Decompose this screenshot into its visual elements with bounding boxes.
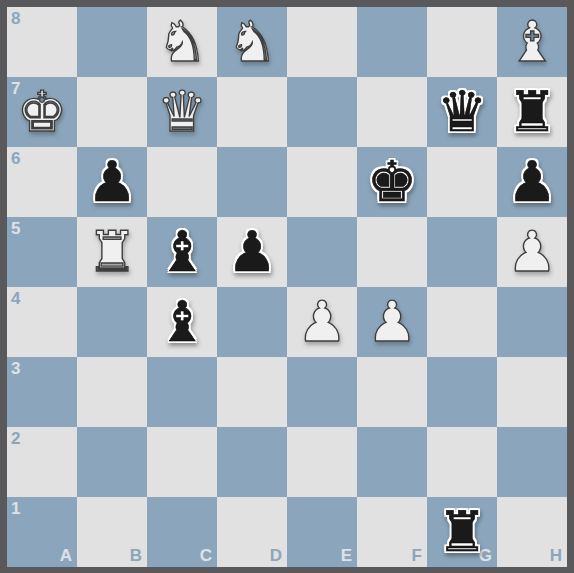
square-b4[interactable] [77, 287, 147, 357]
square-f3[interactable] [357, 357, 427, 427]
chess-board: 8♞♞♝7♚♛♛♜6♟♚♟5♜♝♟♟4♝♟♟321ABCDEFG♜H [7, 7, 567, 567]
file-label-f: F [412, 547, 422, 564]
square-e7[interactable] [287, 77, 357, 147]
square-c8[interactable]: ♞ [147, 7, 217, 77]
square-d3[interactable] [217, 357, 287, 427]
square-b8[interactable] [77, 7, 147, 77]
square-h7[interactable]: ♜ [497, 77, 567, 147]
piece-black-bishop-c4[interactable]: ♝ [147, 287, 217, 357]
rank-label-5: 5 [11, 220, 20, 237]
square-b6[interactable]: ♟ [77, 147, 147, 217]
piece-white-rook-b5[interactable]: ♜ [77, 217, 147, 287]
square-g8[interactable] [427, 7, 497, 77]
square-f4[interactable]: ♟ [357, 287, 427, 357]
rank-label-4: 4 [11, 290, 20, 307]
square-a8[interactable]: 8 [7, 7, 77, 77]
square-b5[interactable]: ♜ [77, 217, 147, 287]
square-d5[interactable]: ♟ [217, 217, 287, 287]
square-b3[interactable] [77, 357, 147, 427]
square-d4[interactable] [217, 287, 287, 357]
piece-black-pawn-b6[interactable]: ♟ [77, 147, 147, 217]
square-h6[interactable]: ♟ [497, 147, 567, 217]
square-c5[interactable]: ♝ [147, 217, 217, 287]
square-d7[interactable] [217, 77, 287, 147]
square-g6[interactable] [427, 147, 497, 217]
piece-black-queen-g7[interactable]: ♛ [427, 77, 497, 147]
piece-black-rook-g1[interactable]: ♜ [427, 497, 497, 567]
square-e4[interactable]: ♟ [287, 287, 357, 357]
square-g1[interactable]: G♜ [427, 497, 497, 567]
square-a1[interactable]: 1A [7, 497, 77, 567]
square-g2[interactable] [427, 427, 497, 497]
piece-white-knight-d8[interactable]: ♞ [217, 7, 287, 77]
file-label-d: D [270, 547, 282, 564]
rank-label-1: 1 [11, 500, 20, 517]
rank-label-3: 3 [11, 360, 20, 377]
piece-black-pawn-d5[interactable]: ♟ [217, 217, 287, 287]
square-e6[interactable] [287, 147, 357, 217]
piece-white-queen-c7[interactable]: ♛ [147, 77, 217, 147]
piece-black-rook-h7[interactable]: ♜ [497, 77, 567, 147]
square-d2[interactable] [217, 427, 287, 497]
piece-white-pawn-f4[interactable]: ♟ [357, 287, 427, 357]
file-label-c: C [200, 547, 212, 564]
square-e1[interactable]: E [287, 497, 357, 567]
square-c7[interactable]: ♛ [147, 77, 217, 147]
square-d6[interactable] [217, 147, 287, 217]
square-b1[interactable]: B [77, 497, 147, 567]
square-a2[interactable]: 2 [7, 427, 77, 497]
square-e2[interactable] [287, 427, 357, 497]
file-label-a: A [60, 547, 72, 564]
square-b2[interactable] [77, 427, 147, 497]
square-b7[interactable] [77, 77, 147, 147]
square-f6[interactable]: ♚ [357, 147, 427, 217]
square-f1[interactable]: F [357, 497, 427, 567]
square-a6[interactable]: 6 [7, 147, 77, 217]
square-f2[interactable] [357, 427, 427, 497]
square-f5[interactable] [357, 217, 427, 287]
piece-white-king-a7[interactable]: ♚ [7, 77, 77, 147]
piece-black-bishop-c5[interactable]: ♝ [147, 217, 217, 287]
square-h8[interactable]: ♝ [497, 7, 567, 77]
square-e3[interactable] [287, 357, 357, 427]
file-label-e: E [341, 547, 352, 564]
square-c3[interactable] [147, 357, 217, 427]
square-d8[interactable]: ♞ [217, 7, 287, 77]
square-g3[interactable] [427, 357, 497, 427]
piece-white-bishop-h8[interactable]: ♝ [497, 7, 567, 77]
square-e5[interactable] [287, 217, 357, 287]
rank-label-2: 2 [11, 430, 20, 447]
square-h5[interactable]: ♟ [497, 217, 567, 287]
rank-label-8: 8 [11, 10, 20, 27]
rank-label-6: 6 [11, 150, 20, 167]
square-h4[interactable] [497, 287, 567, 357]
chess-board-frame: 8♞♞♝7♚♛♛♜6♟♚♟5♜♝♟♟4♝♟♟321ABCDEFG♜H [0, 0, 574, 573]
square-a4[interactable]: 4 [7, 287, 77, 357]
piece-white-pawn-h5[interactable]: ♟ [497, 217, 567, 287]
file-label-h: H [550, 547, 562, 564]
piece-white-pawn-e4[interactable]: ♟ [287, 287, 357, 357]
square-h3[interactable] [497, 357, 567, 427]
square-g5[interactable] [427, 217, 497, 287]
piece-white-knight-c8[interactable]: ♞ [147, 7, 217, 77]
square-d1[interactable]: D [217, 497, 287, 567]
piece-black-king-f6[interactable]: ♚ [357, 147, 427, 217]
square-c2[interactable] [147, 427, 217, 497]
square-f7[interactable] [357, 77, 427, 147]
piece-black-pawn-h6[interactable]: ♟ [497, 147, 567, 217]
square-h2[interactable] [497, 427, 567, 497]
square-h1[interactable]: H [497, 497, 567, 567]
square-f8[interactable] [357, 7, 427, 77]
square-e8[interactable] [287, 7, 357, 77]
square-g4[interactable] [427, 287, 497, 357]
square-a7[interactable]: 7♚ [7, 77, 77, 147]
square-a3[interactable]: 3 [7, 357, 77, 427]
square-c6[interactable] [147, 147, 217, 217]
square-c4[interactable]: ♝ [147, 287, 217, 357]
file-label-b: B [130, 547, 142, 564]
square-c1[interactable]: C [147, 497, 217, 567]
square-g7[interactable]: ♛ [427, 77, 497, 147]
square-a5[interactable]: 5 [7, 217, 77, 287]
